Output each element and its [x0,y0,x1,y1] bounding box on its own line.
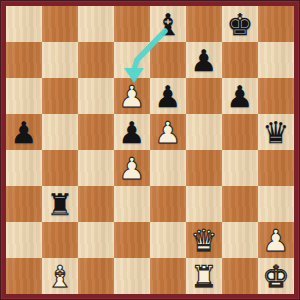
square-f2[interactable]: ♛ [186,222,222,258]
square-a5[interactable]: ♟ [6,114,42,150]
square-h5[interactable]: ♛ [258,114,294,150]
piece-white-pawn-d6[interactable]: ♟ [114,78,150,114]
square-f8[interactable] [186,6,222,42]
square-e6[interactable]: ♟ [150,78,186,114]
square-c6[interactable] [78,78,114,114]
square-f4[interactable] [186,150,222,186]
square-g6[interactable]: ♟ [222,78,258,114]
piece-white-queen-f2[interactable]: ♛ [186,222,222,258]
square-f5[interactable] [186,114,222,150]
square-g5[interactable] [222,114,258,150]
square-h8[interactable] [258,6,294,42]
square-e7[interactable] [150,42,186,78]
square-h3[interactable] [258,186,294,222]
piece-black-rook-b3[interactable]: ♜ [42,186,78,222]
square-e4[interactable] [150,150,186,186]
square-d3[interactable] [114,186,150,222]
square-a8[interactable] [6,6,42,42]
square-b7[interactable] [42,42,78,78]
square-c1[interactable] [78,258,114,294]
square-a3[interactable] [6,186,42,222]
piece-white-pawn-e5[interactable]: ♟ [150,114,186,150]
square-d6[interactable]: ♟ [114,78,150,114]
square-g1[interactable] [222,258,258,294]
square-c3[interactable] [78,186,114,222]
square-b3[interactable]: ♜ [42,186,78,222]
square-g3[interactable] [222,186,258,222]
piece-black-king-g8[interactable]: ♚ [222,6,258,42]
piece-black-pawn-a5[interactable]: ♟ [6,114,42,150]
piece-white-pawn-h2[interactable]: ♟ [258,222,294,258]
piece-black-pawn-d5[interactable]: ♟ [114,114,150,150]
square-c2[interactable] [78,222,114,258]
square-f7[interactable]: ♟ [186,42,222,78]
square-h6[interactable] [258,78,294,114]
square-b8[interactable] [42,6,78,42]
chess-board: ♝♚♟♟♟♟♟♟♟♛♟♜♛♟♝♜♚ [6,6,294,294]
square-h1[interactable]: ♚ [258,258,294,294]
square-g8[interactable]: ♚ [222,6,258,42]
square-f1[interactable]: ♜ [186,258,222,294]
square-d8[interactable] [114,6,150,42]
square-f6[interactable] [186,78,222,114]
piece-black-pawn-f7[interactable]: ♟ [186,42,222,78]
square-b5[interactable] [42,114,78,150]
square-f3[interactable] [186,186,222,222]
square-g2[interactable] [222,222,258,258]
square-a2[interactable] [6,222,42,258]
square-d4[interactable]: ♟ [114,150,150,186]
piece-white-rook-f1[interactable]: ♜ [186,258,222,294]
square-d2[interactable] [114,222,150,258]
square-c7[interactable] [78,42,114,78]
piece-white-bishop-b1[interactable]: ♝ [42,258,78,294]
chess-board-frame: ♝♚♟♟♟♟♟♟♟♛♟♜♛♟♝♜♚ [0,0,300,300]
square-h2[interactable]: ♟ [258,222,294,258]
square-a1[interactable] [6,258,42,294]
square-g7[interactable] [222,42,258,78]
square-d5[interactable]: ♟ [114,114,150,150]
square-c8[interactable] [78,6,114,42]
square-b6[interactable] [42,78,78,114]
square-e5[interactable]: ♟ [150,114,186,150]
square-d7[interactable] [114,42,150,78]
piece-white-king-h1[interactable]: ♚ [258,258,294,294]
piece-black-queen-h5[interactable]: ♛ [258,114,294,150]
square-a6[interactable] [6,78,42,114]
square-g4[interactable] [222,150,258,186]
square-a7[interactable] [6,42,42,78]
square-c4[interactable] [78,150,114,186]
square-b4[interactable] [42,150,78,186]
square-e2[interactable] [150,222,186,258]
square-b2[interactable] [42,222,78,258]
square-c5[interactable] [78,114,114,150]
square-b1[interactable]: ♝ [42,258,78,294]
square-h7[interactable] [258,42,294,78]
square-e3[interactable] [150,186,186,222]
square-a4[interactable] [6,150,42,186]
square-h4[interactable] [258,150,294,186]
piece-black-pawn-e6[interactable]: ♟ [150,78,186,114]
square-d1[interactable] [114,258,150,294]
square-e1[interactable] [150,258,186,294]
piece-black-pawn-g6[interactable]: ♟ [222,78,258,114]
piece-white-pawn-d4[interactable]: ♟ [114,150,150,186]
square-e8[interactable]: ♝ [150,6,186,42]
piece-black-bishop-e8[interactable]: ♝ [150,6,186,42]
